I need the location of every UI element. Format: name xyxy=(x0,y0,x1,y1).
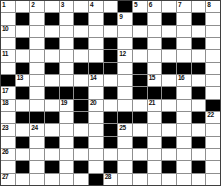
white-cell-r5c15[interactable] xyxy=(206,50,220,61)
white-cell-r10c5[interactable] xyxy=(60,112,74,123)
white-cell-r5c10[interactable] xyxy=(133,50,147,61)
white-cell-r11c1[interactable]: 23 xyxy=(1,124,15,135)
white-cell-r3c7[interactable] xyxy=(89,26,103,37)
black-cell-r8c4 xyxy=(45,87,59,98)
white-cell-r13c4[interactable] xyxy=(45,149,59,160)
clue-number-14: 14 xyxy=(90,74,96,81)
clue-number-1: 1 xyxy=(2,1,5,8)
white-cell-r2c11[interactable] xyxy=(148,13,162,24)
clue-number-15: 15 xyxy=(149,74,155,81)
black-cell-r12c4 xyxy=(45,137,59,148)
white-cell-r8c15[interactable] xyxy=(206,87,220,98)
clue-number-19: 19 xyxy=(61,99,67,106)
black-cell-r6c13 xyxy=(177,63,191,74)
white-cell-r5c13[interactable] xyxy=(177,50,191,61)
white-cell-r15c13[interactable] xyxy=(177,174,191,185)
black-cell-r1c9 xyxy=(118,1,132,12)
white-cell-r5c4[interactable] xyxy=(45,50,59,61)
white-cell-r12c9[interactable] xyxy=(118,137,132,148)
white-cell-r9c13[interactable] xyxy=(177,100,191,111)
white-cell-r1c5[interactable]: 3 xyxy=(60,1,74,12)
clue-number-6: 6 xyxy=(149,1,152,8)
white-cell-r1c14[interactable] xyxy=(192,1,206,12)
white-cell-r1c6[interactable] xyxy=(74,1,88,12)
white-cell-r2c3[interactable] xyxy=(30,13,44,24)
clue-number-13: 13 xyxy=(17,74,23,81)
black-cell-r4c6 xyxy=(74,38,88,49)
white-cell-r13c1[interactable]: 26 xyxy=(1,149,15,160)
white-cell-r15c11[interactable] xyxy=(148,174,162,185)
white-cell-r1c4[interactable] xyxy=(45,1,59,12)
clue-number-5: 5 xyxy=(134,1,137,8)
black-cell-r14c14 xyxy=(192,161,206,172)
white-cell-r1c2[interactable] xyxy=(16,1,30,12)
black-cell-r8c6 xyxy=(74,87,88,98)
clue-number-3: 3 xyxy=(61,1,64,8)
white-cell-r1c1[interactable]: 1 xyxy=(1,1,15,12)
clue-number-16: 16 xyxy=(178,74,184,81)
white-cell-r12c15[interactable] xyxy=(206,137,220,148)
black-cell-r7c10 xyxy=(133,75,147,86)
black-cell-r6c12 xyxy=(162,63,176,74)
white-cell-r7c7[interactable]: 14 xyxy=(89,75,103,86)
clue-number-26: 26 xyxy=(2,148,8,155)
white-cell-r9c8[interactable] xyxy=(104,100,118,111)
white-cell-r1c13[interactable]: 7 xyxy=(177,1,191,12)
clue-number-23: 23 xyxy=(2,124,8,131)
black-cell-r2c10 xyxy=(133,13,147,24)
white-cell-r2c15[interactable] xyxy=(206,13,220,24)
white-cell-r7c8[interactable] xyxy=(104,75,118,86)
white-cell-r12c5[interactable] xyxy=(60,137,74,148)
white-cell-r7c11[interactable]: 15 xyxy=(148,75,162,86)
white-cell-r15c12[interactable] xyxy=(162,174,176,185)
black-cell-r9c15 xyxy=(206,100,220,111)
black-cell-r2c12 xyxy=(162,13,176,24)
white-cell-r3c1[interactable]: 10 xyxy=(1,26,15,37)
white-cell-r13c9[interactable] xyxy=(118,149,132,160)
clue-number-11: 11 xyxy=(2,50,8,57)
white-cell-r2c1[interactable] xyxy=(1,13,15,24)
white-cell-r13c2[interactable] xyxy=(16,149,30,160)
white-cell-r3c2[interactable] xyxy=(16,26,30,37)
black-cell-r6c2 xyxy=(16,63,30,74)
clue-number-2: 2 xyxy=(31,1,34,8)
white-cell-r15c10[interactable] xyxy=(133,174,147,185)
black-cell-r12c8 xyxy=(104,137,118,148)
black-cell-r10c9 xyxy=(118,112,132,123)
white-cell-r11c12[interactable] xyxy=(162,124,176,135)
white-cell-r15c8[interactable]: 28 xyxy=(104,174,118,185)
white-cell-r11c4[interactable] xyxy=(45,124,59,135)
white-cell-r5c3[interactable] xyxy=(30,50,44,61)
clue-number-18: 18 xyxy=(2,99,8,106)
white-cell-r9c7[interactable]: 20 xyxy=(89,100,103,111)
white-cell-r5c7[interactable] xyxy=(89,50,103,61)
white-cell-r8c9[interactable] xyxy=(118,87,132,98)
white-cell-r4c9[interactable] xyxy=(118,38,132,49)
black-cell-r12c12 xyxy=(162,137,176,148)
white-cell-r3c5[interactable] xyxy=(60,26,74,37)
black-cell-r2c8 xyxy=(104,13,118,24)
white-cell-r10c7[interactable] xyxy=(89,112,103,123)
white-cell-r5c14[interactable] xyxy=(192,50,206,61)
white-cell-r14c1[interactable] xyxy=(1,161,15,172)
clue-number-17: 17 xyxy=(2,87,8,94)
white-cell-r13c3[interactable] xyxy=(30,149,44,160)
black-cell-r10c3 xyxy=(30,112,44,123)
black-cell-r8c5 xyxy=(60,87,74,98)
black-cell-r14c8 xyxy=(104,161,118,172)
white-cell-r8c13[interactable] xyxy=(177,87,191,98)
clue-number-25: 25 xyxy=(119,124,125,131)
white-cell-r7c14[interactable] xyxy=(192,75,206,86)
black-cell-r2c14 xyxy=(192,13,206,24)
black-cell-r14c4 xyxy=(45,161,59,172)
white-cell-r9c9[interactable] xyxy=(118,100,132,111)
white-cell-r4c3[interactable] xyxy=(30,38,44,49)
black-cell-r8c12 xyxy=(162,87,176,98)
black-cell-r12c2 xyxy=(16,137,30,148)
white-cell-r6c15[interactable] xyxy=(206,63,220,74)
black-cell-r2c6 xyxy=(74,13,88,24)
white-cell-r10c13[interactable] xyxy=(177,112,191,123)
black-cell-r14c2 xyxy=(16,161,30,172)
white-cell-r13c12[interactable] xyxy=(162,149,176,160)
black-cell-r8c8 xyxy=(104,87,118,98)
white-cell-r11c5[interactable] xyxy=(60,124,74,135)
white-cell-r13c14[interactable] xyxy=(192,149,206,160)
white-cell-r11c6[interactable] xyxy=(74,124,88,135)
white-cell-r4c11[interactable] xyxy=(148,38,162,49)
white-cell-r3c14[interactable] xyxy=(192,26,206,37)
white-cell-r3c11[interactable] xyxy=(148,26,162,37)
white-cell-r7c15[interactable] xyxy=(206,75,220,86)
clue-number-21: 21 xyxy=(149,99,155,106)
white-cell-r3c13[interactable] xyxy=(177,26,191,37)
white-cell-r2c5[interactable] xyxy=(60,13,74,24)
white-cell-r9c10[interactable] xyxy=(133,100,147,111)
white-cell-r7c12[interactable] xyxy=(162,75,176,86)
crossword-grid: 1234567891011121314151617181920212223242… xyxy=(0,0,221,186)
white-cell-r7c13[interactable]: 16 xyxy=(177,75,191,86)
white-cell-r12c11[interactable] xyxy=(148,137,162,148)
white-cell-r5c11[interactable] xyxy=(148,50,162,61)
white-cell-r3c3[interactable] xyxy=(30,26,44,37)
black-cell-r4c4 xyxy=(45,38,59,49)
white-cell-r6c5[interactable] xyxy=(60,63,74,74)
clue-number-10: 10 xyxy=(2,25,8,32)
white-cell-r9c11[interactable]: 21 xyxy=(148,100,162,111)
clue-number-22: 22 xyxy=(207,111,213,118)
white-cell-r5c2[interactable] xyxy=(16,50,30,61)
white-cell-r11c11[interactable] xyxy=(148,124,162,135)
white-cell-r12c13[interactable] xyxy=(177,137,191,148)
black-cell-r14c12 xyxy=(162,161,176,172)
black-cell-r4c10 xyxy=(133,38,147,49)
white-cell-r6c11[interactable] xyxy=(148,63,162,74)
black-cell-r9c6 xyxy=(74,100,88,111)
white-cell-r13c7[interactable] xyxy=(89,149,103,160)
black-cell-r4c14 xyxy=(192,38,206,49)
white-cell-r13c15[interactable] xyxy=(206,149,220,160)
white-cell-r14c5[interactable] xyxy=(60,161,74,172)
white-cell-r15c5[interactable] xyxy=(60,174,74,185)
black-cell-r12c14 xyxy=(192,137,206,148)
white-cell-r11c9[interactable]: 25 xyxy=(118,124,132,135)
white-cell-r9c5[interactable]: 19 xyxy=(60,100,74,111)
white-cell-r5c6[interactable] xyxy=(74,50,88,61)
white-cell-r9c12[interactable] xyxy=(162,100,176,111)
white-cell-r2c9[interactable]: 9 xyxy=(118,13,132,24)
clue-number-20: 20 xyxy=(90,99,96,106)
white-cell-r14c13[interactable] xyxy=(177,161,191,172)
black-cell-r11c8 xyxy=(104,124,118,135)
white-cell-r9c2[interactable] xyxy=(16,100,30,111)
white-cell-r5c1[interactable]: 11 xyxy=(1,50,15,61)
black-cell-r14c6 xyxy=(74,161,88,172)
white-cell-r11c14[interactable] xyxy=(192,124,206,135)
white-cell-r1c3[interactable]: 2 xyxy=(30,1,44,12)
white-cell-r11c10[interactable] xyxy=(133,124,147,135)
white-cell-r3c10[interactable] xyxy=(133,26,147,37)
black-cell-r10c12 xyxy=(162,112,176,123)
clue-number-9: 9 xyxy=(119,13,122,20)
black-cell-r5c8 xyxy=(104,50,118,61)
white-cell-r10c11[interactable] xyxy=(148,112,162,123)
white-cell-r15c9[interactable] xyxy=(118,174,132,185)
black-cell-r7c1 xyxy=(1,75,15,86)
black-cell-r4c2 xyxy=(16,38,30,49)
white-cell-r14c3[interactable] xyxy=(30,161,44,172)
white-cell-r4c15[interactable] xyxy=(206,38,220,49)
white-cell-r1c12[interactable] xyxy=(162,1,176,12)
white-cell-r15c6[interactable] xyxy=(74,174,88,185)
white-cell-r13c13[interactable] xyxy=(177,149,191,160)
white-cell-r7c3[interactable] xyxy=(30,75,44,86)
clue-number-8: 8 xyxy=(207,1,210,8)
white-cell-r9c1[interactable]: 18 xyxy=(1,100,15,111)
white-cell-r11c2[interactable] xyxy=(16,124,30,135)
white-cell-r7c2[interactable]: 13 xyxy=(16,75,30,86)
black-cell-r10c10 xyxy=(133,112,147,123)
white-cell-r9c14[interactable] xyxy=(192,100,206,111)
white-cell-r1c10[interactable]: 5 xyxy=(133,1,147,12)
white-cell-r15c3[interactable] xyxy=(30,174,44,185)
white-cell-r13c10[interactable] xyxy=(133,149,147,160)
white-cell-r7c4[interactable] xyxy=(45,75,59,86)
white-cell-r15c15[interactable] xyxy=(206,174,220,185)
black-cell-r10c6 xyxy=(74,112,88,123)
white-cell-r1c11[interactable]: 6 xyxy=(148,1,162,12)
white-cell-r13c8[interactable] xyxy=(104,149,118,160)
white-cell-r6c1[interactable] xyxy=(1,63,15,74)
white-cell-r7c5[interactable] xyxy=(60,75,74,86)
white-cell-r10c15[interactable]: 22 xyxy=(206,112,220,123)
white-cell-r14c15[interactable] xyxy=(206,161,220,172)
black-cell-r6c14 xyxy=(192,63,206,74)
black-cell-r4c8 xyxy=(104,38,118,49)
white-cell-r9c4[interactable] xyxy=(45,100,59,111)
white-cell-r13c6[interactable] xyxy=(74,149,88,160)
white-cell-r12c7[interactable] xyxy=(89,137,103,148)
white-cell-r10c1[interactable] xyxy=(1,112,15,123)
black-cell-r6c10 xyxy=(133,63,147,74)
white-cell-r3c6[interactable] xyxy=(74,26,88,37)
white-cell-r1c8[interactable] xyxy=(104,1,118,12)
clue-number-4: 4 xyxy=(90,1,93,8)
clue-number-24: 24 xyxy=(31,124,37,131)
white-cell-r4c1[interactable] xyxy=(1,38,15,49)
white-cell-r6c3[interactable] xyxy=(30,63,44,74)
white-cell-r15c1[interactable]: 27 xyxy=(1,174,15,185)
white-cell-r11c13[interactable] xyxy=(177,124,191,135)
white-cell-r4c5[interactable] xyxy=(60,38,74,49)
clue-number-7: 7 xyxy=(178,1,181,8)
black-cell-r10c14 xyxy=(192,112,206,123)
white-cell-r14c11[interactable] xyxy=(148,161,162,172)
clue-number-28: 28 xyxy=(105,173,111,180)
black-cell-r12c10 xyxy=(133,137,147,148)
white-cell-r12c3[interactable] xyxy=(30,137,44,148)
white-cell-r3c12[interactable] xyxy=(162,26,176,37)
white-cell-r5c9[interactable]: 12 xyxy=(118,50,132,61)
white-cell-r15c2[interactable] xyxy=(16,174,30,185)
white-cell-r6c9[interactable] xyxy=(118,63,132,74)
white-cell-r3c9[interactable] xyxy=(118,26,132,37)
white-cell-r7c6[interactable] xyxy=(74,75,88,86)
white-cell-r11c15[interactable] xyxy=(206,124,220,135)
black-cell-r8c10 xyxy=(133,87,147,98)
black-cell-r14c10 xyxy=(133,161,147,172)
black-cell-r15c7 xyxy=(89,174,103,185)
black-cell-r12c6 xyxy=(74,137,88,148)
white-cell-r7c9[interactable] xyxy=(118,75,132,86)
black-cell-r8c2 xyxy=(16,87,30,98)
black-cell-r10c8 xyxy=(104,112,118,123)
white-cell-r4c13[interactable] xyxy=(177,38,191,49)
white-cell-r14c7[interactable] xyxy=(89,161,103,172)
black-cell-r10c4 xyxy=(45,112,59,123)
white-cell-r4c7[interactable] xyxy=(89,38,103,49)
clue-number-27: 27 xyxy=(2,173,8,180)
white-cell-r1c7[interactable]: 4 xyxy=(89,1,103,12)
white-cell-r3c8[interactable] xyxy=(104,26,118,37)
white-cell-r15c4[interactable] xyxy=(45,174,59,185)
black-cell-r8c14 xyxy=(192,87,206,98)
white-cell-r15c14[interactable] xyxy=(192,174,206,185)
black-cell-r6c4 xyxy=(45,63,59,74)
white-cell-r5c5[interactable] xyxy=(60,50,74,61)
black-cell-r2c4 xyxy=(45,13,59,24)
white-cell-r2c7[interactable] xyxy=(89,13,103,24)
white-cell-r3c15[interactable] xyxy=(206,26,220,37)
white-cell-r2c13[interactable] xyxy=(177,13,191,24)
white-cell-r9c3[interactable] xyxy=(30,100,44,111)
white-cell-r8c1[interactable]: 17 xyxy=(1,87,15,98)
white-cell-r14c9[interactable] xyxy=(118,161,132,172)
white-cell-r11c7[interactable] xyxy=(89,124,103,135)
white-cell-r13c11[interactable] xyxy=(148,149,162,160)
white-cell-r8c3[interactable] xyxy=(30,87,44,98)
clue-number-12: 12 xyxy=(119,50,125,57)
black-cell-r8c11 xyxy=(148,87,162,98)
black-cell-r6c6 xyxy=(74,63,88,74)
white-cell-r3c4[interactable] xyxy=(45,26,59,37)
black-cell-r10c2 xyxy=(16,112,30,123)
white-cell-r12c1[interactable] xyxy=(1,137,15,148)
white-cell-r5c12[interactable] xyxy=(162,50,176,61)
black-cell-r4c12 xyxy=(162,38,176,49)
white-cell-r1c15[interactable]: 8 xyxy=(206,1,220,12)
white-cell-r13c5[interactable] xyxy=(60,149,74,160)
black-cell-r2c2 xyxy=(16,13,30,24)
black-cell-r6c7 xyxy=(89,63,103,74)
white-cell-r11c3[interactable]: 24 xyxy=(30,124,44,135)
white-cell-r8c7[interactable] xyxy=(89,87,103,98)
black-cell-r6c8 xyxy=(104,63,118,74)
